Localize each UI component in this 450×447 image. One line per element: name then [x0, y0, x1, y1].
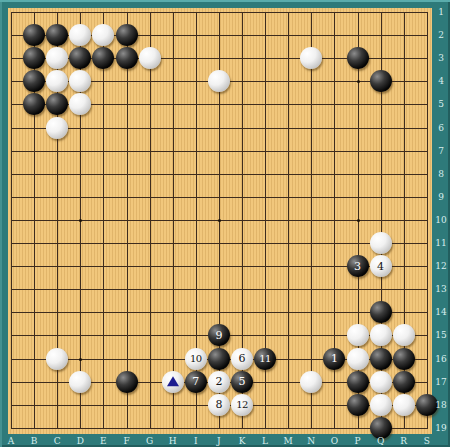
black-stone-Q14[interactable] [370, 301, 392, 323]
move-number-label: 4 [370, 255, 392, 277]
column-label-I: I [188, 435, 204, 447]
column-label-L: L [257, 435, 273, 447]
white-stone-Q11[interactable] [370, 232, 392, 254]
row-label-9: 9 [432, 191, 450, 203]
column-label-E: E [95, 435, 111, 447]
move-number-label: 12 [231, 394, 253, 416]
row-label-10: 10 [432, 214, 450, 226]
move-number-label: 5 [231, 371, 253, 393]
black-stone-P18[interactable] [347, 394, 369, 416]
grid-line-horizontal [11, 151, 428, 152]
move-number-label: 1 [323, 348, 345, 370]
black-stone-O16[interactable]: 1 [323, 348, 345, 370]
grid-line-horizontal [11, 128, 428, 129]
column-label-K: K [234, 435, 250, 447]
white-stone-Q18[interactable] [370, 394, 392, 416]
column-label-F: F [119, 435, 135, 447]
white-stone-G3[interactable] [139, 47, 161, 69]
white-stone-Q15[interactable] [370, 324, 392, 346]
white-stone-C16[interactable] [46, 348, 68, 370]
grid-line-horizontal [11, 174, 428, 175]
black-stone-J16[interactable] [208, 348, 230, 370]
white-stone-P16[interactable] [347, 348, 369, 370]
row-label-16: 16 [432, 353, 450, 365]
column-label-O: O [326, 435, 342, 447]
black-stone-R16[interactable] [393, 348, 415, 370]
black-stone-F3[interactable] [116, 47, 138, 69]
row-label-12: 12 [432, 260, 450, 272]
white-stone-K18[interactable]: 12 [231, 394, 253, 416]
black-stone-J15[interactable]: 9 [208, 324, 230, 346]
row-label-1: 1 [432, 6, 450, 18]
black-stone-F17[interactable] [116, 371, 138, 393]
row-label-17: 17 [432, 376, 450, 388]
white-stone-D17[interactable] [69, 371, 91, 393]
grid-line-horizontal [11, 12, 428, 13]
column-label-A: A [3, 435, 19, 447]
row-label-15: 15 [432, 329, 450, 341]
move-number-label: 9 [208, 324, 230, 346]
grid-line-horizontal [11, 197, 428, 198]
grid-line-horizontal [11, 312, 428, 313]
black-stone-R17[interactable] [393, 371, 415, 393]
white-stone-H17[interactable] [162, 371, 184, 393]
row-label-18: 18 [432, 399, 450, 411]
star-point [357, 219, 360, 222]
move-number-label: 8 [208, 394, 230, 416]
white-stone-K16[interactable]: 6 [231, 348, 253, 370]
row-label-3: 3 [432, 52, 450, 64]
move-number-label: 10 [185, 348, 207, 370]
move-number-label: 2 [208, 371, 230, 393]
row-label-7: 7 [432, 145, 450, 157]
column-label-J: J [211, 435, 227, 447]
white-stone-C6[interactable] [46, 117, 68, 139]
black-stone-I17[interactable]: 7 [185, 371, 207, 393]
white-stone-J18[interactable]: 8 [208, 394, 230, 416]
row-label-5: 5 [432, 98, 450, 110]
column-label-R: R [396, 435, 412, 447]
column-label-C: C [49, 435, 65, 447]
go-board-frame: 349106111725812 ABCDEFGHIJKLMNOPQRS12345… [0, 0, 450, 447]
column-label-M: M [280, 435, 296, 447]
white-stone-P15[interactable] [347, 324, 369, 346]
column-label-H: H [165, 435, 181, 447]
star-point [218, 219, 221, 222]
black-stone-K17[interactable]: 5 [231, 371, 253, 393]
row-label-14: 14 [432, 306, 450, 318]
grid-line-horizontal [11, 243, 428, 244]
move-number-label: 7 [185, 371, 207, 393]
column-label-S: S [419, 435, 435, 447]
move-number-label: 3 [347, 255, 369, 277]
black-stone-Q16[interactable] [370, 348, 392, 370]
row-label-19: 19 [432, 422, 450, 434]
row-label-8: 8 [432, 168, 450, 180]
star-point [357, 80, 360, 83]
column-label-Q: Q [373, 435, 389, 447]
black-stone-P3[interactable] [347, 47, 369, 69]
white-stone-J17[interactable]: 2 [208, 371, 230, 393]
white-stone-Q12[interactable]: 4 [370, 255, 392, 277]
white-stone-R18[interactable] [393, 394, 415, 416]
row-label-4: 4 [432, 75, 450, 87]
column-label-N: N [303, 435, 319, 447]
column-label-B: B [26, 435, 42, 447]
column-label-G: G [142, 435, 158, 447]
white-stone-R15[interactable] [393, 324, 415, 346]
grid-line-horizontal [11, 289, 428, 290]
black-stone-P12[interactable]: 3 [347, 255, 369, 277]
move-number-label: 6 [231, 348, 253, 370]
grid-line-horizontal [11, 428, 428, 429]
black-stone-Q4[interactable] [370, 70, 392, 92]
row-label-13: 13 [432, 283, 450, 295]
black-stone-L16[interactable]: 11 [254, 348, 276, 370]
black-stone-P17[interactable] [347, 371, 369, 393]
move-number-label: 11 [254, 348, 276, 370]
row-label-11: 11 [432, 237, 450, 249]
white-stone-Q17[interactable] [370, 371, 392, 393]
white-stone-I16[interactable]: 10 [185, 348, 207, 370]
white-stone-N17[interactable] [300, 371, 322, 393]
black-stone-F2[interactable] [116, 24, 138, 46]
row-label-6: 6 [432, 122, 450, 134]
column-label-D: D [72, 435, 88, 447]
star-point [79, 358, 82, 361]
triangle-marker-icon [167, 376, 179, 386]
row-label-2: 2 [432, 29, 450, 41]
column-label-P: P [350, 435, 366, 447]
